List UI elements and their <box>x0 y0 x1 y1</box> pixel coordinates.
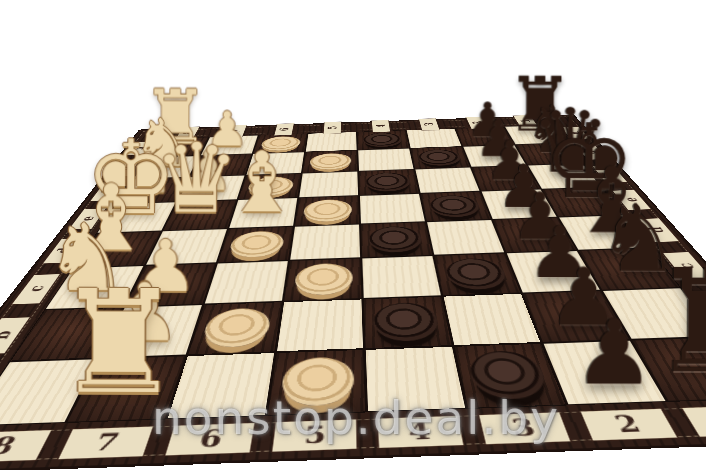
checker-dark[interactable] <box>363 132 403 147</box>
board-grid: ♜♟♟♜♞♟♞♟♟♟♛♚♛♝♟♚♝♟♝♞♟♟♞♟♟♜♟♜ <box>0 125 706 427</box>
square-e6[interactable]: ♝ <box>229 198 297 228</box>
checker-light[interactable] <box>200 307 273 348</box>
square-e5[interactable] <box>295 196 359 226</box>
coordinate-label-bottom-7: 7 <box>58 427 152 460</box>
checker-light[interactable] <box>303 199 352 222</box>
square-d6[interactable] <box>218 227 293 262</box>
square-e4[interactable] <box>360 194 425 224</box>
checker-dark[interactable] <box>417 149 463 166</box>
square-c5[interactable] <box>284 258 361 300</box>
square-b6[interactable] <box>188 302 281 354</box>
coordinate-label-bottom-1: 1 <box>682 405 706 436</box>
checker-dark[interactable] <box>443 258 510 291</box>
piece-black-rook[interactable]: ♜ <box>649 251 706 394</box>
piece-black-pawn[interactable]: ♟ <box>574 307 655 398</box>
checker-light[interactable] <box>293 263 353 296</box>
checker-dark[interactable] <box>373 302 442 342</box>
square-g4[interactable] <box>358 149 413 171</box>
square-h5[interactable] <box>306 132 357 152</box>
watermark-text: nonstop.deal.by <box>152 390 560 445</box>
coordinate-label-top-5: 5 <box>324 122 341 134</box>
checker-dark[interactable] <box>365 172 412 192</box>
square-h4[interactable] <box>358 130 409 149</box>
square-d4[interactable] <box>361 222 432 257</box>
square-d5[interactable] <box>290 225 360 260</box>
square-d3[interactable] <box>427 220 504 255</box>
square-c4[interactable] <box>362 256 441 298</box>
square-g3[interactable] <box>411 147 470 169</box>
square-e3[interactable] <box>421 192 491 222</box>
square-f3[interactable] <box>415 168 479 193</box>
square-f5[interactable] <box>299 172 358 198</box>
square-b5[interactable] <box>277 299 363 351</box>
square-b4[interactable] <box>364 297 452 348</box>
coordinate-label-bottom-8: 8 <box>0 430 51 463</box>
coordinate-label-bottom-2: 2 <box>581 409 678 441</box>
square-c6[interactable] <box>205 261 288 304</box>
checker-dark[interactable] <box>368 226 424 253</box>
product-photo-stage: ♜♟♟♜♞♟♞♟♟♟♛♚♛♝♟♚♝♟♝♞♟♟♞♟♟♜♟♜ 87654321876… <box>0 0 706 470</box>
checker-light[interactable] <box>227 230 285 258</box>
coordinate-label-top-3: 3 <box>419 118 439 130</box>
square-g5[interactable] <box>303 150 358 172</box>
square-f4[interactable] <box>359 170 419 196</box>
square-c3[interactable] <box>435 253 521 295</box>
piece-white-bishop[interactable]: ♝ <box>224 141 299 225</box>
checker-dark[interactable] <box>428 195 483 218</box>
checker-light[interactable] <box>309 153 351 170</box>
square-h3[interactable] <box>407 129 462 148</box>
square-a2[interactable]: ♟ <box>544 341 666 405</box>
coordinate-label-top-4: 4 <box>372 120 390 132</box>
